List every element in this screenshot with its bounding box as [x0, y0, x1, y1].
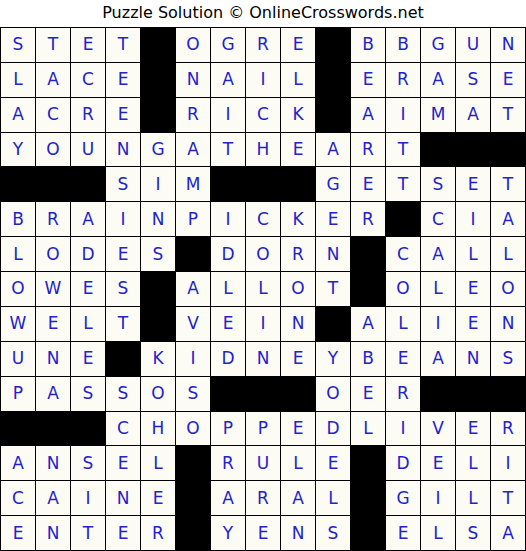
letter-cell-r6c10: E — [316, 202, 350, 236]
letter-cell-r7c3: D — [71, 237, 105, 271]
letter-cell-r2c6: N — [176, 63, 210, 97]
letter-cell-r8c10: T — [316, 272, 350, 306]
letter-cell-r5c15: T — [491, 167, 525, 201]
letter-cell-r6c6: P — [176, 202, 210, 236]
letter-cell-r13c5: L — [141, 446, 175, 480]
letter-cell-r10c7: D — [211, 342, 245, 376]
letter-cell-r2c9: L — [281, 63, 315, 97]
letter-cell-r11c3: S — [71, 377, 105, 411]
letter-cell-r3c1: A — [1, 98, 35, 132]
letter-cell-r8c3: E — [71, 272, 105, 306]
letter-cell-r8c14: E — [456, 272, 490, 306]
letter-cell-r11c5: O — [141, 377, 175, 411]
letter-cell-r8c2: W — [36, 272, 70, 306]
letter-cell-r3c8: C — [246, 98, 280, 132]
letter-cell-r7c5: S — [141, 237, 175, 271]
letter-cell-r2c1: L — [1, 63, 35, 97]
letter-cell-r11c11: E — [351, 377, 385, 411]
block-cell-r12c3 — [71, 412, 105, 446]
letter-cell-r12c14: E — [456, 412, 490, 446]
letter-cell-r8c8: L — [246, 272, 280, 306]
letter-cell-r14c5: E — [141, 481, 175, 515]
letter-cell-r15c13: L — [421, 516, 455, 550]
block-cell-r6c12 — [386, 202, 420, 236]
letter-cell-r3c14: A — [456, 98, 490, 132]
letter-cell-r10c14: N — [456, 342, 490, 376]
letter-cell-r10c11: B — [351, 342, 385, 376]
letter-cell-r7c4: E — [106, 237, 140, 271]
letter-cell-r6c7: I — [211, 202, 245, 236]
letter-cell-r11c6: S — [176, 377, 210, 411]
letter-cell-r13c15: I — [491, 446, 525, 480]
block-cell-r9c5 — [141, 307, 175, 341]
letter-cell-r10c15: S — [491, 342, 525, 376]
letter-cell-r4c2: O — [36, 133, 70, 167]
block-cell-r11c7 — [211, 377, 245, 411]
letter-cell-r11c1: P — [1, 377, 35, 411]
letter-cell-r13c8: U — [246, 446, 280, 480]
block-cell-r8c11 — [351, 272, 385, 306]
letter-cell-r9c14: E — [456, 307, 490, 341]
letter-cell-r14c1: C — [1, 481, 35, 515]
letter-cell-r2c11: E — [351, 63, 385, 97]
letter-cell-r5c6: M — [176, 167, 210, 201]
letter-cell-r1c6: O — [176, 28, 210, 62]
letter-cell-r13c1: A — [1, 446, 35, 480]
block-cell-r11c14 — [456, 377, 490, 411]
letter-cell-r6c8: C — [246, 202, 280, 236]
block-cell-r11c8 — [246, 377, 280, 411]
block-cell-r14c6 — [176, 481, 210, 515]
letter-cell-r12c7: P — [211, 412, 245, 446]
letter-cell-r11c4: S — [106, 377, 140, 411]
letter-cell-r13c4: E — [106, 446, 140, 480]
block-cell-r1c10 — [316, 28, 350, 62]
letter-cell-r4c12: T — [386, 133, 420, 167]
letter-cell-r9c8: I — [246, 307, 280, 341]
letter-cell-r11c2: A — [36, 377, 70, 411]
letter-cell-r15c7: Y — [211, 516, 245, 550]
letter-cell-r10c3: E — [71, 342, 105, 376]
letter-cell-r5c10: G — [316, 167, 350, 201]
letter-cell-r1c1: S — [1, 28, 35, 62]
block-cell-r8c5 — [141, 272, 175, 306]
block-cell-r11c9 — [281, 377, 315, 411]
letter-cell-r5c5: I — [141, 167, 175, 201]
letter-cell-r3c11: A — [351, 98, 385, 132]
block-cell-r13c6 — [176, 446, 210, 480]
letter-cell-r10c13: A — [421, 342, 455, 376]
letter-cell-r13c13: E — [421, 446, 455, 480]
letter-cell-r13c9: L — [281, 446, 315, 480]
letter-cell-r10c1: U — [1, 342, 35, 376]
letter-cell-r6c2: R — [36, 202, 70, 236]
letter-cell-r4c3: U — [71, 133, 105, 167]
block-cell-r2c5 — [141, 63, 175, 97]
letter-cell-r15c4: E — [106, 516, 140, 550]
letter-cell-r2c8: I — [246, 63, 280, 97]
block-cell-r9c10 — [316, 307, 350, 341]
letter-cell-r1c7: G — [211, 28, 245, 62]
crossword-grid: STETOGREBBGUNLACENAILERASEACRERICKAIMATY… — [0, 27, 526, 551]
letter-cell-r8c15: O — [491, 272, 525, 306]
letter-cell-r8c7: L — [211, 272, 245, 306]
letter-cell-r14c7: A — [211, 481, 245, 515]
letter-cell-r2c7: A — [211, 63, 245, 97]
letter-cell-r1c2: T — [36, 28, 70, 62]
letter-cell-r11c12: R — [386, 377, 420, 411]
letter-cell-r9c13: I — [421, 307, 455, 341]
letter-cell-r1c3: E — [71, 28, 105, 62]
letter-cell-r5c12: T — [386, 167, 420, 201]
letter-cell-r7c7: D — [211, 237, 245, 271]
puzzle-solution-page: Puzzle Solution © OnlineCrosswords.net S… — [0, 0, 526, 551]
letter-cell-r12c10: D — [316, 412, 350, 446]
letter-cell-r4c8: H — [246, 133, 280, 167]
letter-cell-r4c9: E — [281, 133, 315, 167]
letter-cell-r12c6: O — [176, 412, 210, 446]
letter-cell-r15c1: E — [1, 516, 35, 550]
letter-cell-r8c13: L — [421, 272, 455, 306]
block-cell-r3c5 — [141, 98, 175, 132]
block-cell-r7c6 — [176, 237, 210, 271]
letter-cell-r3c6: R — [176, 98, 210, 132]
letter-cell-r1c9: E — [281, 28, 315, 62]
letter-cell-r7c15: L — [491, 237, 525, 271]
letter-cell-r1c13: G — [421, 28, 455, 62]
letter-cell-r14c13: I — [421, 481, 455, 515]
letter-cell-r15c12: E — [386, 516, 420, 550]
letter-cell-r2c12: R — [386, 63, 420, 97]
letter-cell-r9c9: N — [281, 307, 315, 341]
page-title: Puzzle Solution © OnlineCrosswords.net — [0, 0, 526, 27]
letter-cell-r13c2: N — [36, 446, 70, 480]
letter-cell-r14c15: T — [491, 481, 525, 515]
letter-cell-r10c6: I — [176, 342, 210, 376]
letter-cell-r1c11: B — [351, 28, 385, 62]
letter-cell-r15c10: S — [316, 516, 350, 550]
letter-cell-r3c15: T — [491, 98, 525, 132]
block-cell-r5c2 — [36, 167, 70, 201]
letter-cell-r12c13: V — [421, 412, 455, 446]
letter-cell-r6c11: R — [351, 202, 385, 236]
block-cell-r5c3 — [71, 167, 105, 201]
letter-cell-r13c7: R — [211, 446, 245, 480]
letter-cell-r12c11: L — [351, 412, 385, 446]
letter-cell-r9c7: E — [211, 307, 245, 341]
letter-cell-r15c9: N — [281, 516, 315, 550]
letter-cell-r15c5: R — [141, 516, 175, 550]
letter-cell-r3c2: C — [36, 98, 70, 132]
letter-cell-r9c1: W — [1, 307, 35, 341]
block-cell-r4c15 — [491, 133, 525, 167]
letter-cell-r2c3: C — [71, 63, 105, 97]
letter-cell-r15c8: E — [246, 516, 280, 550]
letter-cell-r7c10: N — [316, 237, 350, 271]
letter-cell-r4c1: Y — [1, 133, 35, 167]
letter-cell-r14c4: N — [106, 481, 140, 515]
block-cell-r5c7 — [211, 167, 245, 201]
letter-cell-r12c12: I — [386, 412, 420, 446]
letter-cell-r3c4: E — [106, 98, 140, 132]
letter-cell-r3c13: M — [421, 98, 455, 132]
block-cell-r13c11 — [351, 446, 385, 480]
letter-cell-r12c9: E — [281, 412, 315, 446]
letter-cell-r9c6: V — [176, 307, 210, 341]
letter-cell-r5c4: S — [106, 167, 140, 201]
letter-cell-r5c13: S — [421, 167, 455, 201]
letter-cell-r9c11: A — [351, 307, 385, 341]
letter-cell-r7c13: A — [421, 237, 455, 271]
letter-cell-r13c12: D — [386, 446, 420, 480]
letter-cell-r6c15: A — [491, 202, 525, 236]
letter-cell-r14c10: L — [316, 481, 350, 515]
letter-cell-r9c15: N — [491, 307, 525, 341]
block-cell-r15c11 — [351, 516, 385, 550]
letter-cell-r15c2: N — [36, 516, 70, 550]
block-cell-r2c10 — [316, 63, 350, 97]
letter-cell-r6c4: I — [106, 202, 140, 236]
letter-cell-r14c9: A — [281, 481, 315, 515]
letter-cell-r7c9: R — [281, 237, 315, 271]
letter-cell-r1c14: U — [456, 28, 490, 62]
letter-cell-r10c5: K — [141, 342, 175, 376]
letter-cell-r4c7: T — [211, 133, 245, 167]
letter-cell-r1c4: T — [106, 28, 140, 62]
block-cell-r1c5 — [141, 28, 175, 62]
block-cell-r11c15 — [491, 377, 525, 411]
letter-cell-r2c15: E — [491, 63, 525, 97]
letter-cell-r11c10: O — [316, 377, 350, 411]
block-cell-r5c1 — [1, 167, 35, 201]
letter-cell-r8c4: S — [106, 272, 140, 306]
letter-cell-r6c13: C — [421, 202, 455, 236]
letter-cell-r10c10: Y — [316, 342, 350, 376]
letter-cell-r2c14: S — [456, 63, 490, 97]
letter-cell-r14c3: I — [71, 481, 105, 515]
letter-cell-r7c8: O — [246, 237, 280, 271]
letter-cell-r10c9: E — [281, 342, 315, 376]
letter-cell-r12c4: C — [106, 412, 140, 446]
letter-cell-r6c3: A — [71, 202, 105, 236]
letter-cell-r8c1: O — [1, 272, 35, 306]
letter-cell-r7c1: L — [1, 237, 35, 271]
block-cell-r4c14 — [456, 133, 490, 167]
letter-cell-r13c10: E — [316, 446, 350, 480]
block-cell-r12c1 — [1, 412, 35, 446]
block-cell-r11c13 — [421, 377, 455, 411]
letter-cell-r1c8: R — [246, 28, 280, 62]
letter-cell-r10c12: E — [386, 342, 420, 376]
block-cell-r14c11 — [351, 481, 385, 515]
letter-cell-r8c9: O — [281, 272, 315, 306]
letter-cell-r2c13: A — [421, 63, 455, 97]
letter-cell-r2c2: A — [36, 63, 70, 97]
letter-cell-r9c2: E — [36, 307, 70, 341]
letter-cell-r7c12: C — [386, 237, 420, 271]
block-cell-r7c11 — [351, 237, 385, 271]
letter-cell-r14c14: L — [456, 481, 490, 515]
letter-cell-r14c2: A — [36, 481, 70, 515]
letter-cell-r15c3: T — [71, 516, 105, 550]
block-cell-r10c4 — [106, 342, 140, 376]
letter-cell-r13c14: L — [456, 446, 490, 480]
letter-cell-r5c11: E — [351, 167, 385, 201]
block-cell-r4c13 — [421, 133, 455, 167]
letter-cell-r2c4: E — [106, 63, 140, 97]
letter-cell-r4c6: A — [176, 133, 210, 167]
letter-cell-r3c7: I — [211, 98, 245, 132]
letter-cell-r4c10: A — [316, 133, 350, 167]
letter-cell-r6c9: K — [281, 202, 315, 236]
letter-cell-r9c3: L — [71, 307, 105, 341]
letter-cell-r4c11: R — [351, 133, 385, 167]
letter-cell-r4c5: G — [141, 133, 175, 167]
block-cell-r3c10 — [316, 98, 350, 132]
letter-cell-r10c8: N — [246, 342, 280, 376]
block-cell-r15c6 — [176, 516, 210, 550]
letter-cell-r9c12: L — [386, 307, 420, 341]
letter-cell-r12c5: H — [141, 412, 175, 446]
letter-cell-r7c14: L — [456, 237, 490, 271]
letter-cell-r3c9: K — [281, 98, 315, 132]
letter-cell-r15c14: S — [456, 516, 490, 550]
letter-cell-r6c14: I — [456, 202, 490, 236]
letter-cell-r12c15: R — [491, 412, 525, 446]
letter-cell-r14c12: G — [386, 481, 420, 515]
letter-cell-r7c2: O — [36, 237, 70, 271]
letter-cell-r1c12: B — [386, 28, 420, 62]
letter-cell-r14c8: R — [246, 481, 280, 515]
letter-cell-r4c4: N — [106, 133, 140, 167]
letter-cell-r12c8: P — [246, 412, 280, 446]
block-cell-r5c9 — [281, 167, 315, 201]
letter-cell-r10c2: N — [36, 342, 70, 376]
letter-cell-r8c6: A — [176, 272, 210, 306]
letter-cell-r1c15: N — [491, 28, 525, 62]
letter-cell-r8c12: O — [386, 272, 420, 306]
block-cell-r5c8 — [246, 167, 280, 201]
letter-cell-r9c4: T — [106, 307, 140, 341]
letter-cell-r15c15: A — [491, 516, 525, 550]
block-cell-r12c2 — [36, 412, 70, 446]
letter-cell-r6c1: B — [1, 202, 35, 236]
letter-cell-r6c5: N — [141, 202, 175, 236]
letter-cell-r5c14: E — [456, 167, 490, 201]
letter-cell-r3c12: I — [386, 98, 420, 132]
letter-cell-r3c3: R — [71, 98, 105, 132]
letter-cell-r13c3: S — [71, 446, 105, 480]
